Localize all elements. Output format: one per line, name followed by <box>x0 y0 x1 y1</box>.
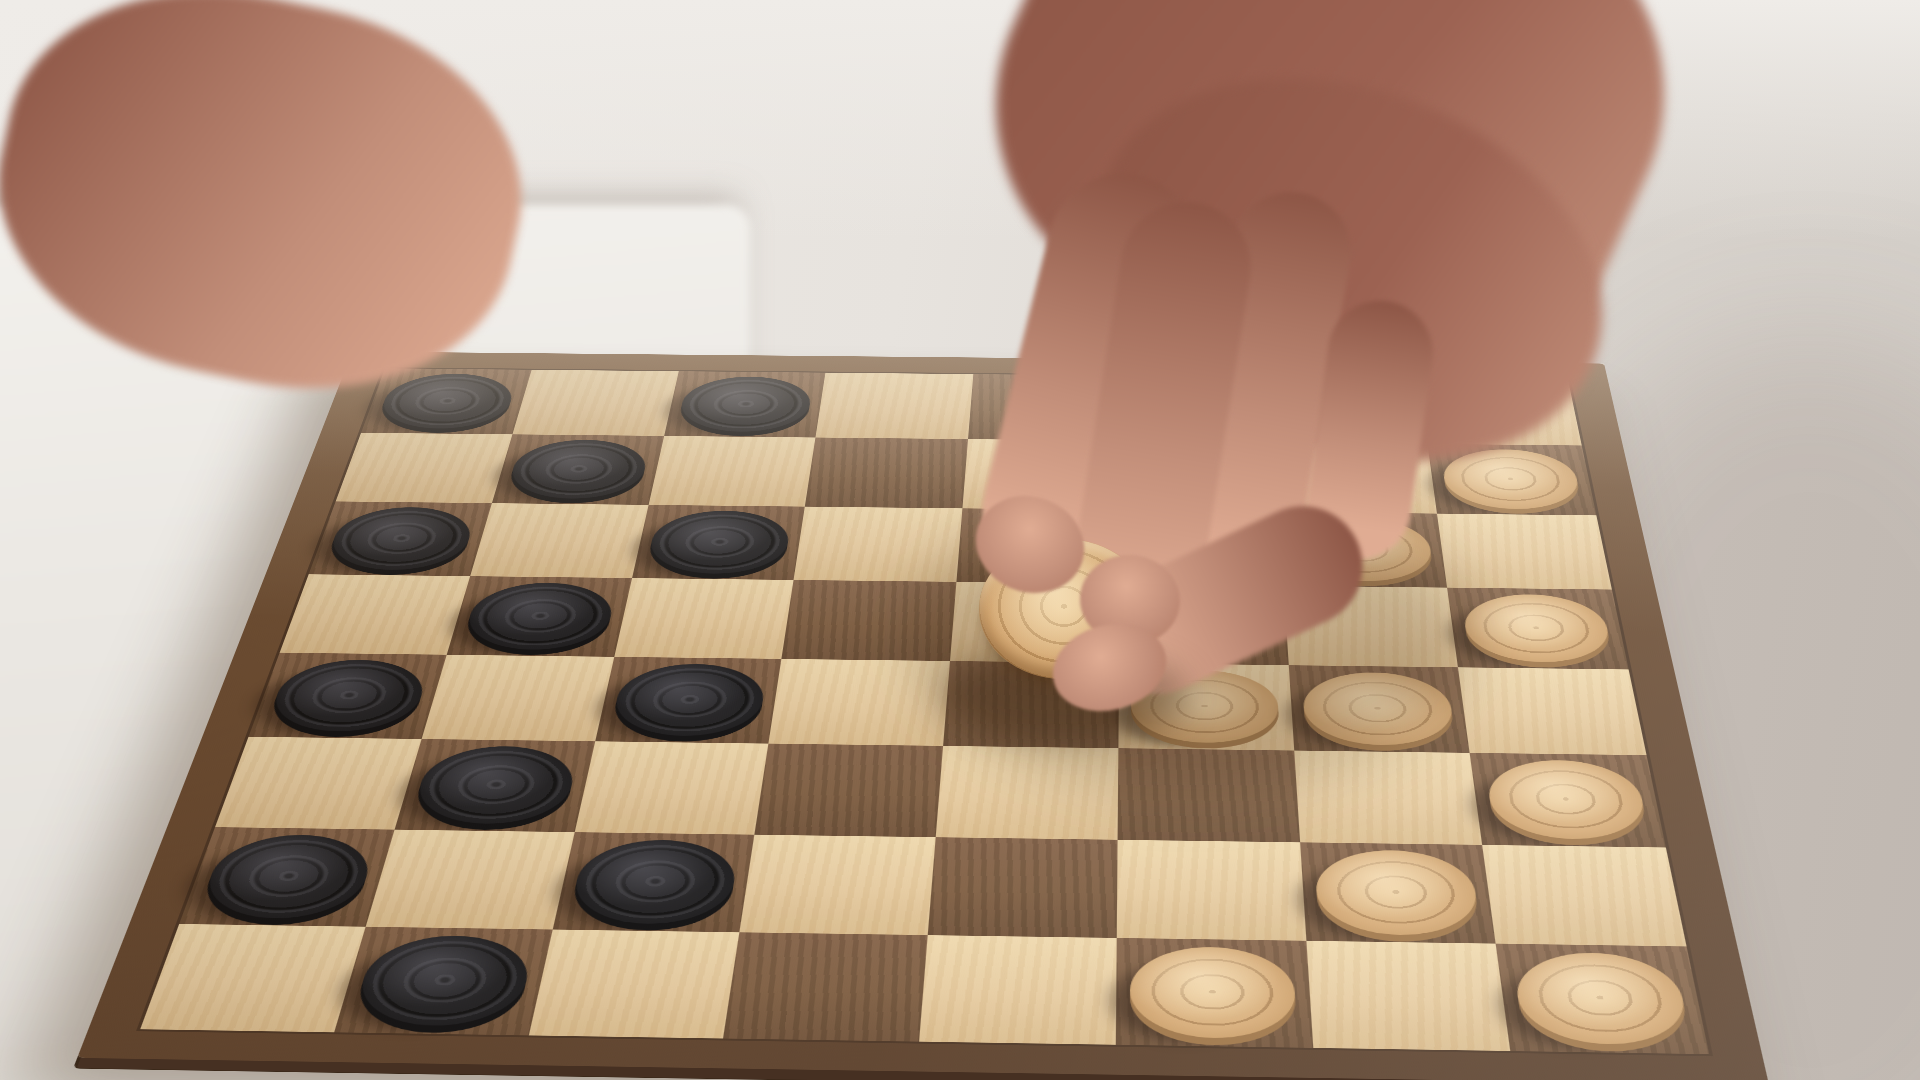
board-square[interactable] <box>1470 753 1666 847</box>
board-square[interactable] <box>1458 667 1646 755</box>
board-square[interactable] <box>365 829 574 929</box>
board-square[interactable] <box>1482 845 1686 947</box>
board-square[interactable] <box>336 433 512 503</box>
board-square[interactable] <box>249 653 447 739</box>
board-square[interactable] <box>928 837 1118 938</box>
board-square[interactable] <box>595 657 782 744</box>
board-square[interactable] <box>470 503 648 578</box>
board-square[interactable] <box>140 924 365 1032</box>
board-square[interactable] <box>1116 839 1305 940</box>
black-checker-piece[interactable] <box>500 437 656 501</box>
board-square[interactable] <box>648 436 815 507</box>
light-checker-piece[interactable] <box>1309 847 1487 939</box>
board-square[interactable] <box>446 576 631 657</box>
black-checker-piece[interactable] <box>562 836 745 927</box>
checkers-board[interactable] <box>77 351 1769 1080</box>
board-square[interactable] <box>755 743 943 836</box>
board-square[interactable] <box>1447 588 1628 670</box>
board-square[interactable] <box>179 827 394 927</box>
black-checker-piece[interactable] <box>369 371 523 431</box>
board-square[interactable] <box>309 501 492 576</box>
board-square[interactable] <box>1437 513 1612 589</box>
black-checker-piece[interactable] <box>258 657 437 735</box>
board-square[interactable] <box>421 655 613 741</box>
board-frame <box>77 351 1769 1080</box>
board-square[interactable] <box>1300 842 1496 944</box>
board-square[interactable] <box>816 373 974 439</box>
light-checker-piece[interactable] <box>1125 943 1303 1042</box>
scene <box>0 0 1920 1080</box>
light-checker-piece[interactable] <box>1479 757 1656 843</box>
board-square[interactable] <box>664 371 826 437</box>
board-square[interactable] <box>740 834 936 935</box>
board-square[interactable] <box>614 578 794 659</box>
board-square[interactable] <box>492 434 664 504</box>
light-checker-piece[interactable] <box>1506 949 1699 1049</box>
board-square[interactable] <box>512 370 678 436</box>
light-checker-piece[interactable] <box>1456 591 1620 665</box>
board-square[interactable] <box>552 832 755 933</box>
board-square[interactable] <box>528 930 739 1039</box>
black-checker-piece[interactable] <box>345 932 543 1030</box>
black-checker-piece[interactable] <box>604 661 773 739</box>
black-checker-piece[interactable] <box>404 743 585 827</box>
black-checker-piece[interactable] <box>456 580 624 653</box>
board-square[interactable] <box>334 927 552 1036</box>
black-checker-piece[interactable] <box>318 505 484 573</box>
board-square[interactable] <box>280 574 470 654</box>
board-square[interactable] <box>1306 941 1511 1051</box>
board-square[interactable] <box>1496 944 1709 1054</box>
board-square[interactable] <box>723 932 927 1041</box>
board-square[interactable] <box>394 739 594 832</box>
board-square[interactable] <box>919 935 1116 1044</box>
board-square[interactable] <box>805 437 968 508</box>
board-square[interactable] <box>574 741 768 834</box>
black-checker-piece[interactable] <box>672 374 819 434</box>
board-square[interactable] <box>1116 938 1313 1048</box>
black-checker-piece[interactable] <box>190 831 385 922</box>
board-square[interactable] <box>794 506 963 582</box>
board-square[interactable] <box>215 737 421 830</box>
board-grid <box>140 368 1709 1054</box>
board-square[interactable] <box>632 505 806 580</box>
black-checker-piece[interactable] <box>640 508 797 576</box>
